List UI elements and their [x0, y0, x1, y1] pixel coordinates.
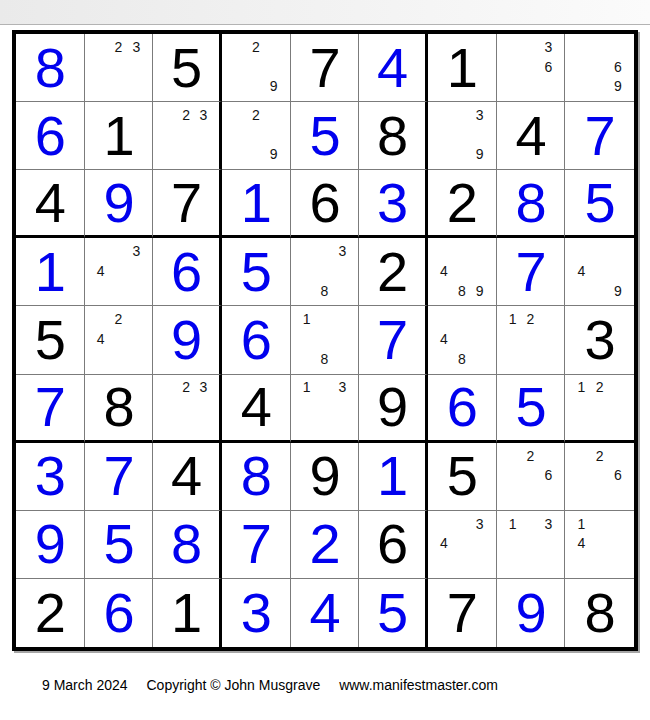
pencil-digit: 9: [265, 145, 283, 165]
cell-value: 8: [171, 516, 201, 572]
cell-value: 7: [447, 585, 477, 641]
cell-r9c3[interactable]: 1: [153, 579, 222, 647]
cell-value: 1: [241, 175, 271, 231]
pencil-digit: 8: [316, 349, 334, 369]
cell-value: 6: [103, 585, 133, 641]
cell-r7c9[interactable]: 26: [565, 443, 634, 511]
cell-value: 6: [447, 379, 477, 435]
cell-r2c6[interactable]: 8: [359, 102, 428, 170]
cell-value: 5: [35, 312, 65, 368]
cell-value: 9: [377, 379, 407, 435]
cell-value: 5: [171, 40, 201, 96]
cell-r4c9[interactable]: 49: [565, 238, 634, 306]
cell-value: 5: [515, 379, 545, 435]
cell-value: 1: [171, 585, 201, 641]
cell-value: 6: [377, 516, 407, 572]
pencil-marks: 13: [291, 375, 359, 440]
cell-value: 9: [309, 448, 339, 504]
cell-r3c5[interactable]: 6: [291, 170, 360, 238]
cell-r5c1[interactable]: 5: [16, 306, 85, 374]
title-bar: [0, 0, 650, 25]
pencil-digit: 9: [471, 145, 489, 165]
pencil-digit: 6: [609, 465, 627, 485]
pencil-digit: 3: [539, 514, 557, 534]
sudoku-grid: 8235297413669612329583947497163285134653…: [12, 30, 638, 651]
cell-value: 7: [241, 516, 271, 572]
cell-r9c8[interactable]: 9: [497, 579, 566, 647]
cell-r1c8[interactable]: 36: [497, 34, 566, 102]
footer: 9 March 2024 Copyright © John Musgrave w…: [42, 677, 498, 693]
cell-r9c9[interactable]: 8: [565, 579, 634, 647]
cell-r2c1[interactable]: 6: [16, 102, 85, 170]
pencil-marks: 38: [291, 238, 359, 305]
pencil-digit: 1: [504, 309, 522, 329]
pencil-digit: 9: [471, 281, 489, 301]
cell-r8c1[interactable]: 9: [16, 511, 85, 579]
cell-r9c2[interactable]: 6: [85, 579, 154, 647]
cell-r6c8[interactable]: 5: [497, 375, 566, 443]
pencil-digit: 3: [195, 378, 212, 397]
pencil-digit: 9: [265, 76, 283, 96]
pencil-digit: 3: [127, 241, 145, 261]
pencil-digit: 2: [110, 37, 128, 57]
cell-r4c3[interactable]: 6: [153, 238, 222, 306]
cell-value: 6: [35, 108, 65, 164]
cell-r8c8[interactable]: 13: [497, 511, 566, 579]
cell-value: 4: [171, 448, 201, 504]
pencil-digit: 6: [609, 57, 627, 77]
pencil-digit: 3: [333, 378, 351, 397]
cell-r3c2[interactable]: 9: [85, 170, 154, 238]
cell-r8c4[interactable]: 7: [222, 511, 291, 579]
cell-r1c1[interactable]: 8: [16, 34, 85, 102]
pencil-digit: 4: [92, 261, 110, 281]
cell-r6c4[interactable]: 4: [222, 375, 291, 443]
cell-value: 9: [35, 516, 65, 572]
cell-value: 9: [103, 175, 133, 231]
cell-value: 8: [103, 379, 133, 435]
cell-r7c7[interactable]: 5: [428, 443, 497, 511]
pencil-digit: 3: [333, 241, 351, 261]
cell-r5c2[interactable]: 24: [85, 306, 154, 374]
pencil-digit: 3: [539, 37, 557, 57]
pencil-digit: 2: [247, 105, 265, 125]
cell-r7c6[interactable]: 1: [359, 443, 428, 511]
cell-value: 1: [377, 448, 407, 504]
cell-value: 7: [171, 175, 201, 231]
cell-r2c2[interactable]: 1: [85, 102, 154, 170]
pencil-marks: 26: [565, 443, 634, 510]
cell-r6c1[interactable]: 7: [16, 375, 85, 443]
pencil-digit: 3: [471, 514, 489, 534]
pencil-digit: 4: [572, 261, 590, 281]
cell-r8c3[interactable]: 8: [153, 511, 222, 579]
cell-r1c5[interactable]: 7: [291, 34, 360, 102]
cell-r2c5[interactable]: 5: [291, 102, 360, 170]
pencil-digit: 4: [435, 329, 453, 349]
cell-r7c2[interactable]: 7: [85, 443, 154, 511]
cell-r1c6[interactable]: 4: [359, 34, 428, 102]
pencil-marks: 14: [565, 511, 634, 578]
pencil-digit: 2: [522, 446, 540, 466]
pencil-marks: 36: [497, 34, 565, 101]
cell-value: 8: [515, 175, 545, 231]
pencil-digit: 2: [178, 378, 195, 397]
cell-value: 1: [447, 40, 477, 96]
cell-value: 7: [515, 244, 545, 300]
pencil-marks: 34: [85, 238, 153, 305]
cell-r6c3[interactable]: 23: [153, 375, 222, 443]
pencil-digit: 8: [453, 349, 471, 369]
cell-value: 6: [309, 175, 339, 231]
cell-r1c4[interactable]: 29: [222, 34, 291, 102]
cell-value: 8: [35, 40, 65, 96]
cell-value: 1: [103, 108, 133, 164]
pencil-digit: 2: [247, 37, 265, 57]
cell-value: 2: [35, 585, 65, 641]
pencil-marks: 34: [428, 511, 496, 578]
pencil-digit: 1: [572, 514, 590, 534]
cell-r4c2[interactable]: 34: [85, 238, 154, 306]
pencil-marks: 39: [428, 102, 496, 169]
pencil-digit: 8: [316, 281, 334, 301]
pencil-marks: 12: [497, 306, 565, 373]
pencil-marks: 48: [428, 306, 496, 373]
cell-value: 5: [309, 108, 339, 164]
cell-r6c2[interactable]: 8: [85, 375, 154, 443]
cell-value: 9: [171, 312, 201, 368]
pencil-marks: 29: [222, 34, 290, 101]
cell-r7c4[interactable]: 8: [222, 443, 291, 511]
pencil-marks: 12: [565, 375, 634, 440]
cell-r4c1[interactable]: 1: [16, 238, 85, 306]
pencil-marks: 13: [497, 511, 565, 578]
cell-value: 6: [241, 312, 271, 368]
cell-r9c4[interactable]: 3: [222, 579, 291, 647]
cell-r4c8[interactable]: 7: [497, 238, 566, 306]
pencil-digit: 8: [453, 281, 471, 301]
pencil-digit: 4: [92, 329, 110, 349]
cell-r4c6[interactable]: 2: [359, 238, 428, 306]
cell-value: 2: [309, 516, 339, 572]
pencil-marks: 24: [85, 306, 153, 373]
pencil-digit: 2: [178, 105, 195, 125]
cell-r9c5[interactable]: 4: [291, 579, 360, 647]
pencil-digit: 3: [471, 105, 489, 125]
cell-r2c3[interactable]: 23: [153, 102, 222, 170]
cell-r4c7[interactable]: 489: [428, 238, 497, 306]
pencil-marks: 23: [85, 34, 153, 101]
cell-value: 5: [447, 448, 477, 504]
cell-r5c3[interactable]: 9: [153, 306, 222, 374]
cell-value: 4: [515, 108, 545, 164]
cell-r8c9[interactable]: 14: [565, 511, 634, 579]
pencil-digit: 6: [539, 57, 557, 77]
pencil-digit: 4: [572, 533, 590, 553]
pencil-marks: 69: [565, 34, 634, 101]
pencil-marks: 29: [222, 102, 290, 169]
cell-r8c2[interactable]: 5: [85, 511, 154, 579]
cell-value: 6: [171, 244, 201, 300]
pencil-digit: 1: [572, 378, 590, 397]
cell-r6c7[interactable]: 6: [428, 375, 497, 443]
cell-r3c4[interactable]: 1: [222, 170, 291, 238]
pencil-marks: 18: [291, 306, 359, 373]
cell-r3c6[interactable]: 3: [359, 170, 428, 238]
cell-value: 1: [35, 244, 65, 300]
cell-r3c8[interactable]: 8: [497, 170, 566, 238]
cell-value: 7: [585, 108, 615, 164]
pencil-digit: 2: [522, 309, 540, 329]
cell-r9c1[interactable]: 2: [16, 579, 85, 647]
cell-r1c7[interactable]: 1: [428, 34, 497, 102]
cell-value: 8: [241, 448, 271, 504]
cell-value: 5: [103, 516, 133, 572]
footer-copyright: Copyright © John Musgrave: [147, 677, 321, 693]
cell-r5c5[interactable]: 18: [291, 306, 360, 374]
cell-r1c2[interactable]: 23: [85, 34, 154, 102]
cell-r7c5[interactable]: 9: [291, 443, 360, 511]
cell-value: 7: [309, 40, 339, 96]
cell-value: 3: [377, 175, 407, 231]
cell-r7c8[interactable]: 26: [497, 443, 566, 511]
pencil-marks: 23: [153, 375, 219, 440]
cell-value: 7: [377, 312, 407, 368]
cell-r7c3[interactable]: 4: [153, 443, 222, 511]
cell-value: 7: [103, 448, 133, 504]
cell-r5c4[interactable]: 6: [222, 306, 291, 374]
cell-value: 3: [35, 448, 65, 504]
cell-r1c9[interactable]: 69: [565, 34, 634, 102]
cell-r7c1[interactable]: 3: [16, 443, 85, 511]
cell-r5c7[interactable]: 48: [428, 306, 497, 374]
page: 8235297413669612329583947497163285134653…: [0, 0, 650, 720]
cell-r8c5[interactable]: 2: [291, 511, 360, 579]
pencil-digit: 2: [591, 446, 609, 466]
pencil-digit: 1: [298, 378, 316, 397]
cell-value: 2: [447, 175, 477, 231]
cell-value: 4: [241, 379, 271, 435]
cell-r4c5[interactable]: 38: [291, 238, 360, 306]
cell-r2c9[interactable]: 7: [565, 102, 634, 170]
cell-value: 7: [35, 379, 65, 435]
cell-value: 5: [377, 585, 407, 641]
cell-value: 3: [585, 312, 615, 368]
cell-r2c4[interactable]: 29: [222, 102, 291, 170]
cell-r6c5[interactable]: 13: [291, 375, 360, 443]
cell-value: 3: [241, 585, 271, 641]
cell-value: 4: [377, 40, 407, 96]
cell-value: 8: [377, 108, 407, 164]
cell-r9c7[interactable]: 7: [428, 579, 497, 647]
cell-value: 8: [585, 585, 615, 641]
pencil-marks: 489: [428, 238, 496, 305]
cell-r5c6[interactable]: 7: [359, 306, 428, 374]
cell-r6c6[interactable]: 9: [359, 375, 428, 443]
pencil-marks: 49: [565, 238, 634, 305]
pencil-marks: 26: [497, 443, 565, 510]
cell-r4c4[interactable]: 5: [222, 238, 291, 306]
pencil-digit: 4: [435, 533, 453, 553]
cell-r1c3[interactable]: 5: [153, 34, 222, 102]
cell-value: 5: [241, 244, 271, 300]
cell-r8c7[interactable]: 34: [428, 511, 497, 579]
cell-r6c9[interactable]: 12: [565, 375, 634, 443]
cell-r5c8[interactable]: 12: [497, 306, 566, 374]
pencil-digit: 4: [435, 261, 453, 281]
cell-r3c7[interactable]: 2: [428, 170, 497, 238]
cell-r3c9[interactable]: 5: [565, 170, 634, 238]
cell-value: 4: [35, 175, 65, 231]
cell-value: 2: [377, 244, 407, 300]
cell-value: 9: [515, 585, 545, 641]
pencil-digit: 1: [504, 514, 522, 534]
cell-r2c7[interactable]: 39: [428, 102, 497, 170]
pencil-digit: 3: [195, 105, 212, 125]
cell-r3c1[interactable]: 4: [16, 170, 85, 238]
footer-website: www.manifestmaster.com: [339, 677, 498, 693]
cell-r9c6[interactable]: 5: [359, 579, 428, 647]
cell-r5c9[interactable]: 3: [565, 306, 634, 374]
pencil-digit: 2: [591, 378, 609, 397]
pencil-digit: 2: [110, 309, 128, 329]
pencil-marks: 23: [153, 102, 219, 169]
cell-value: 5: [585, 175, 615, 231]
cell-r8c6[interactable]: 6: [359, 511, 428, 579]
cell-r3c3[interactable]: 7: [153, 170, 222, 238]
pencil-digit: 3: [127, 37, 145, 57]
footer-date: 9 March 2024: [42, 677, 128, 693]
pencil-digit: 6: [539, 465, 557, 485]
pencil-digit: 1: [298, 309, 316, 329]
pencil-digit: 9: [609, 76, 627, 96]
pencil-digit: 9: [609, 281, 627, 301]
cell-value: 4: [309, 585, 339, 641]
cell-r2c8[interactable]: 4: [497, 102, 566, 170]
